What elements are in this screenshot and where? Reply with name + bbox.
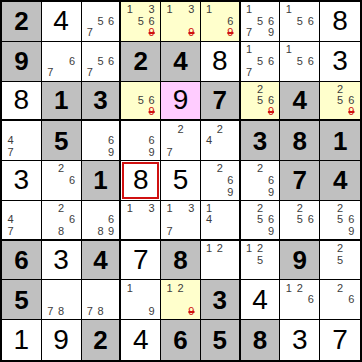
candidate-5: 5 — [255, 16, 266, 28]
candidate-5: 5 — [135, 95, 146, 106]
cell-r9c2[interactable]: 9 — [42, 320, 82, 360]
given-digit: 6 — [14, 247, 28, 273]
candidate-marks: 24 — [201, 121, 239, 160]
candidate-1: 1 — [124, 203, 135, 214]
candidate-5: 5 — [95, 55, 106, 67]
cell-r5c7[interactable]: 269 — [241, 161, 281, 201]
eliminated-candidate-9: 9 — [346, 106, 357, 117]
cell-r1c7[interactable]: 15679 — [241, 2, 281, 42]
cell-r7c7[interactable]: 125 — [241, 241, 281, 281]
candidate-4: 4 — [204, 135, 215, 147]
cell-r6c8[interactable]: 256 — [280, 201, 320, 241]
cell-r7c5[interactable]: 8 — [161, 241, 201, 281]
candidate-marks: 13 — [121, 201, 160, 239]
cell-r6c9[interactable]: 2569 — [320, 201, 360, 241]
cell-r1c8[interactable]: 156 — [280, 2, 320, 42]
candidate-8: 8 — [95, 225, 106, 236]
cell-r4c6[interactable]: 24 — [201, 121, 241, 161]
candidate-5: 5 — [255, 95, 266, 106]
entered-digit: 7 — [133, 246, 149, 274]
candidate-7: 7 — [45, 306, 56, 318]
candidate-9: 9 — [106, 225, 117, 236]
candidate-6: 6 — [225, 16, 236, 28]
cell-r1c6[interactable]: 169 — [201, 2, 241, 42]
candidate-7: 7 — [85, 27, 96, 39]
cell-r3c1[interactable]: 8 — [2, 82, 42, 122]
candidate-1: 1 — [244, 44, 255, 56]
candidate-9: 9 — [146, 306, 157, 318]
candidate-6: 6 — [146, 135, 157, 147]
sudoku-board: 2456713569139169156791568967567248156715… — [0, 0, 362, 362]
candidate-2: 2 — [334, 243, 345, 255]
candidate-2: 2 — [334, 282, 345, 294]
cell-r9c7[interactable]: 8 — [241, 320, 281, 360]
entered-digit: 7 — [332, 326, 348, 354]
entered-digit: 4 — [252, 286, 268, 314]
candidate-marks: 126 — [280, 280, 319, 319]
candidate-marks: 156 — [280, 42, 319, 81]
cell-r8c6[interactable]: 3 — [201, 280, 241, 320]
candidate-5: 5 — [294, 214, 305, 225]
candidate-1: 1 — [283, 282, 294, 294]
eliminated-candidate-9: 9 — [266, 106, 277, 117]
candidate-marks: 2569 — [241, 82, 280, 120]
candidate-6: 6 — [266, 55, 277, 67]
candidate-5: 5 — [135, 16, 146, 28]
candidate-marks: 78 — [82, 280, 120, 319]
candidate-9: 9 — [266, 225, 277, 236]
candidate-1: 1 — [283, 4, 294, 16]
cell-r2c7[interactable]: 1567 — [241, 42, 281, 82]
candidate-marks: 15679 — [241, 2, 280, 41]
cell-r2c5[interactable]: 4 — [161, 42, 201, 82]
entered-digit: 9 — [53, 326, 69, 354]
candidate-marks: 26 — [42, 161, 81, 200]
cell-r5c9[interactable]: 4 — [320, 161, 360, 201]
candidate-marks: 269 — [241, 161, 280, 200]
candidate-6: 6 — [67, 175, 78, 187]
cell-r9c9[interactable]: 7 — [320, 320, 360, 360]
candidate-marks: 125 — [241, 241, 280, 280]
candidate-6: 6 — [146, 16, 157, 28]
eliminated-candidate-9: 9 — [186, 306, 197, 318]
candidate-1: 1 — [283, 44, 294, 56]
candidate-3: 3 — [186, 203, 197, 214]
candidate-marks: 268 — [42, 201, 81, 239]
given-digit: 5 — [54, 128, 68, 154]
cell-r9c3[interactable]: 2 — [82, 320, 122, 360]
candidate-1: 1 — [124, 282, 135, 294]
candidate-marks: 12 — [201, 241, 239, 280]
entered-digit: 5 — [173, 166, 189, 194]
candidate-5: 5 — [334, 214, 345, 225]
candidate-2: 2 — [175, 123, 186, 135]
candidate-7: 7 — [244, 67, 255, 79]
candidate-marks: 156 — [280, 2, 319, 41]
cell-r4c2[interactable]: 5 — [42, 121, 82, 161]
candidate-7: 7 — [5, 225, 16, 236]
cell-r2c8[interactable]: 156 — [280, 42, 320, 82]
given-digit: 6 — [173, 327, 187, 353]
candidate-6: 6 — [266, 214, 277, 225]
cell-r7c6[interactable]: 12 — [201, 241, 241, 281]
candidate-marks: 78 — [42, 280, 81, 319]
candidate-marks: 2569 — [320, 201, 360, 239]
candidate-5: 5 — [334, 254, 345, 266]
entered-digit: 3 — [332, 47, 348, 75]
cell-r9c5[interactable]: 6 — [161, 320, 201, 360]
cell-r1c3[interactable]: 567 — [82, 2, 122, 42]
given-digit: 1 — [54, 87, 68, 113]
candidate-5: 5 — [294, 16, 305, 28]
candidate-6: 6 — [305, 55, 316, 67]
candidate-9: 9 — [266, 27, 277, 39]
candidate-6: 6 — [106, 16, 117, 28]
entered-digit: 4 — [133, 326, 149, 354]
candidate-1: 1 — [124, 4, 135, 16]
cell-r9c1[interactable]: 1 — [2, 320, 42, 360]
candidate-6: 6 — [305, 16, 316, 28]
entered-digit: 3 — [14, 166, 30, 194]
candidate-8: 8 — [56, 306, 67, 318]
candidate-7: 7 — [45, 67, 56, 79]
cell-r8c8[interactable]: 126 — [280, 280, 320, 320]
cell-r7c2[interactable]: 3 — [42, 241, 82, 281]
entered-digit: 8 — [212, 47, 228, 75]
cell-r5c3[interactable]: 1 — [82, 161, 122, 201]
candidate-6: 6 — [106, 214, 117, 225]
cell-r4c8[interactable]: 8 — [280, 121, 320, 161]
given-digit: 5 — [213, 327, 227, 353]
candidate-marks: 569 — [121, 82, 160, 120]
candidate-6: 6 — [346, 214, 357, 225]
candidate-2: 2 — [175, 282, 186, 294]
candidate-marks: 567 — [82, 2, 120, 41]
cell-r9c4[interactable]: 4 — [121, 320, 161, 360]
candidate-2: 2 — [56, 163, 67, 175]
cell-r8c9[interactable]: 26 — [320, 280, 360, 320]
cell-r7c3[interactable]: 4 — [82, 241, 122, 281]
candidate-5: 5 — [255, 254, 266, 266]
entered-digit: 1 — [14, 326, 30, 354]
given-digit: 7 — [213, 87, 227, 113]
given-digit: 9 — [293, 247, 307, 273]
candidate-1: 1 — [164, 282, 175, 294]
candidate-7: 7 — [164, 225, 175, 236]
cell-r6c1[interactable]: 47 — [2, 201, 42, 241]
candidate-2: 2 — [214, 123, 225, 135]
candidate-marks: 25 — [320, 241, 360, 280]
cell-r4c3[interactable]: 69 — [82, 121, 122, 161]
candidate-7: 7 — [164, 147, 175, 159]
cell-r2c1[interactable]: 9 — [2, 42, 42, 82]
candidate-5: 5 — [95, 16, 106, 28]
candidate-2: 2 — [214, 163, 225, 175]
entered-digit: 8 — [14, 86, 30, 114]
given-digit: 4 — [173, 48, 187, 74]
cell-r2c3[interactable]: 567 — [82, 42, 122, 82]
cell-r6c3[interactable]: 689 — [82, 201, 122, 241]
cell-r2c2[interactable]: 67 — [42, 42, 82, 82]
candidate-6: 6 — [305, 214, 316, 225]
cell-r9c8[interactable]: 3 — [280, 320, 320, 360]
candidate-marks: 47 — [2, 201, 41, 239]
candidate-4: 4 — [204, 214, 215, 225]
candidate-6: 6 — [346, 294, 357, 306]
candidate-marks: 139 — [161, 2, 200, 41]
candidate-marks: 69 — [82, 121, 120, 160]
cell-r7c8[interactable]: 9 — [280, 241, 320, 281]
cell-r5c4[interactable]: 8 — [121, 161, 161, 201]
candidate-marks: 69 — [121, 121, 160, 160]
entered-digit: 3 — [53, 246, 69, 274]
candidate-marks: 137 — [161, 201, 200, 239]
candidate-5: 5 — [334, 95, 345, 106]
cell-r1c4[interactable]: 13569 — [121, 2, 161, 42]
cell-r5c6[interactable]: 269 — [201, 161, 241, 201]
candidate-8: 8 — [95, 306, 106, 318]
candidate-5: 5 — [255, 214, 266, 225]
candidate-marks: 689 — [82, 201, 120, 239]
given-digit: 2 — [14, 8, 28, 34]
cell-r3c3[interactable]: 3 — [82, 82, 122, 122]
eliminated-candidate-9: 9 — [225, 27, 236, 39]
candidate-6: 6 — [305, 294, 316, 306]
candidate-7: 7 — [85, 67, 96, 79]
cell-r2c4[interactable]: 2 — [121, 42, 161, 82]
cell-r8c7[interactable]: 4 — [241, 280, 281, 320]
cell-r3c9[interactable]: 2569 — [320, 82, 360, 122]
eliminated-candidate-9: 9 — [186, 27, 197, 39]
candidate-marks: 2569 — [241, 201, 280, 239]
candidate-marks: 2569 — [320, 82, 360, 120]
candidate-7: 7 — [85, 306, 96, 318]
given-digit: 3 — [253, 128, 267, 154]
candidate-7: 7 — [5, 147, 16, 159]
given-digit: 8 — [173, 247, 187, 273]
candidate-6: 6 — [106, 55, 117, 67]
candidate-1: 1 — [164, 203, 175, 214]
candidate-3: 3 — [146, 4, 157, 16]
cell-r1c9[interactable]: 8 — [320, 2, 360, 42]
candidate-2: 2 — [255, 243, 266, 255]
eliminated-candidate-9: 9 — [146, 27, 157, 39]
candidate-marks: 26 — [320, 280, 360, 319]
cell-r5c1[interactable]: 3 — [2, 161, 42, 201]
candidate-9: 9 — [346, 225, 357, 236]
cell-r4c7[interactable]: 3 — [241, 121, 281, 161]
candidate-9: 9 — [266, 186, 277, 198]
candidate-marks: 14 — [201, 201, 239, 239]
cell-r7c4[interactable]: 7 — [121, 241, 161, 281]
cell-r8c2[interactable]: 78 — [42, 280, 82, 320]
cell-r4c5[interactable]: 27 — [161, 121, 201, 161]
candidate-marks: 13569 — [121, 2, 160, 41]
given-digit: 3 — [213, 287, 227, 313]
candidate-marks: 67 — [42, 42, 81, 81]
cell-r7c9[interactable]: 25 — [320, 241, 360, 281]
candidate-4: 4 — [5, 214, 16, 225]
cell-r5c5[interactable]: 5 — [161, 161, 201, 201]
given-digit: 4 — [293, 87, 307, 113]
cell-r7c1[interactable]: 6 — [2, 241, 42, 281]
given-digit: 1 — [333, 128, 347, 154]
cell-r6c2[interactable]: 268 — [42, 201, 82, 241]
cell-r8c4[interactable]: 19 — [121, 280, 161, 320]
candidate-1: 1 — [204, 243, 215, 255]
eliminated-candidate-9: 9 — [146, 106, 157, 117]
candidate-9: 9 — [146, 147, 157, 159]
cell-r3c5[interactable]: 9 — [161, 82, 201, 122]
candidate-marks: 567 — [82, 42, 120, 81]
given-digit: 4 — [333, 167, 347, 193]
cell-r5c2[interactable]: 26 — [42, 161, 82, 201]
cell-r4c1[interactable]: 47 — [2, 121, 42, 161]
candidate-marks: 19 — [121, 280, 160, 319]
candidate-8: 8 — [56, 225, 67, 236]
cell-r3c4[interactable]: 569 — [121, 82, 161, 122]
candidate-1: 1 — [204, 4, 215, 16]
candidate-1: 1 — [164, 4, 175, 16]
cell-r6c5[interactable]: 137 — [161, 201, 201, 241]
entered-digit: 4 — [53, 7, 69, 35]
candidate-1: 1 — [244, 4, 255, 16]
cell-r3c7[interactable]: 2569 — [241, 82, 281, 122]
candidate-6: 6 — [67, 55, 78, 67]
candidate-2: 2 — [255, 163, 266, 175]
cell-r9c6[interactable]: 5 — [201, 320, 241, 360]
cell-r3c8[interactable]: 4 — [280, 82, 320, 122]
cell-r3c6[interactable]: 7 — [201, 82, 241, 122]
candidate-1: 1 — [244, 243, 255, 255]
cell-r2c6[interactable]: 8 — [201, 42, 241, 82]
given-digit: 2 — [133, 48, 147, 74]
cell-r8c5[interactable]: 129 — [161, 280, 201, 320]
cell-r8c1[interactable]: 5 — [2, 280, 42, 320]
cell-r8c3[interactable]: 78 — [82, 280, 122, 320]
given-digit: 2 — [93, 327, 107, 353]
entered-digit: 8 — [133, 166, 149, 194]
candidate-9: 9 — [106, 147, 117, 159]
given-digit: 3 — [93, 87, 107, 113]
candidate-marks: 269 — [201, 161, 239, 200]
given-digit: 5 — [14, 287, 28, 313]
candidate-6: 6 — [106, 135, 117, 147]
candidate-5: 5 — [294, 55, 305, 67]
candidate-9: 9 — [225, 186, 236, 198]
cell-r6c6[interactable]: 14 — [201, 201, 241, 241]
cell-r6c7[interactable]: 2569 — [241, 201, 281, 241]
candidate-marks: 47 — [2, 121, 41, 160]
cell-r1c1[interactable]: 2 — [2, 2, 42, 42]
candidate-marks: 27 — [161, 121, 200, 160]
candidate-7: 7 — [244, 27, 255, 39]
cell-r4c4[interactable]: 69 — [121, 121, 161, 161]
given-digit: 1 — [93, 167, 107, 193]
cell-r2c9[interactable]: 3 — [320, 42, 360, 82]
candidate-2: 2 — [294, 282, 305, 294]
candidate-6: 6 — [225, 175, 236, 187]
candidate-3: 3 — [186, 4, 197, 16]
given-digit: 4 — [93, 247, 107, 273]
cell-r5c8[interactable]: 7 — [280, 161, 320, 201]
candidate-marks: 129 — [161, 280, 200, 319]
cell-r1c2[interactable]: 4 — [42, 2, 82, 42]
candidate-2: 2 — [214, 243, 225, 255]
candidate-2: 2 — [56, 203, 67, 214]
candidate-marks: 256 — [280, 201, 319, 239]
entered-digit: 8 — [332, 7, 348, 35]
candidate-marks: 1567 — [241, 42, 280, 81]
given-digit: 8 — [293, 128, 307, 154]
cell-r6c4[interactable]: 13 — [121, 201, 161, 241]
candidate-marks: 169 — [201, 2, 239, 41]
entered-digit: 3 — [292, 326, 308, 354]
given-digit: 8 — [253, 327, 267, 353]
candidate-6: 6 — [266, 175, 277, 187]
cell-r1c5[interactable]: 139 — [161, 2, 201, 42]
candidate-6: 6 — [67, 214, 78, 225]
candidate-3: 3 — [146, 203, 157, 214]
candidate-5: 5 — [255, 55, 266, 67]
given-digit: 9 — [14, 48, 28, 74]
cell-r4c9[interactable]: 1 — [320, 121, 360, 161]
entered-digit: 9 — [173, 86, 189, 114]
cell-r3c2[interactable]: 1 — [42, 82, 82, 122]
candidate-6: 6 — [266, 16, 277, 28]
candidate-4: 4 — [5, 135, 16, 147]
given-digit: 7 — [293, 167, 307, 193]
